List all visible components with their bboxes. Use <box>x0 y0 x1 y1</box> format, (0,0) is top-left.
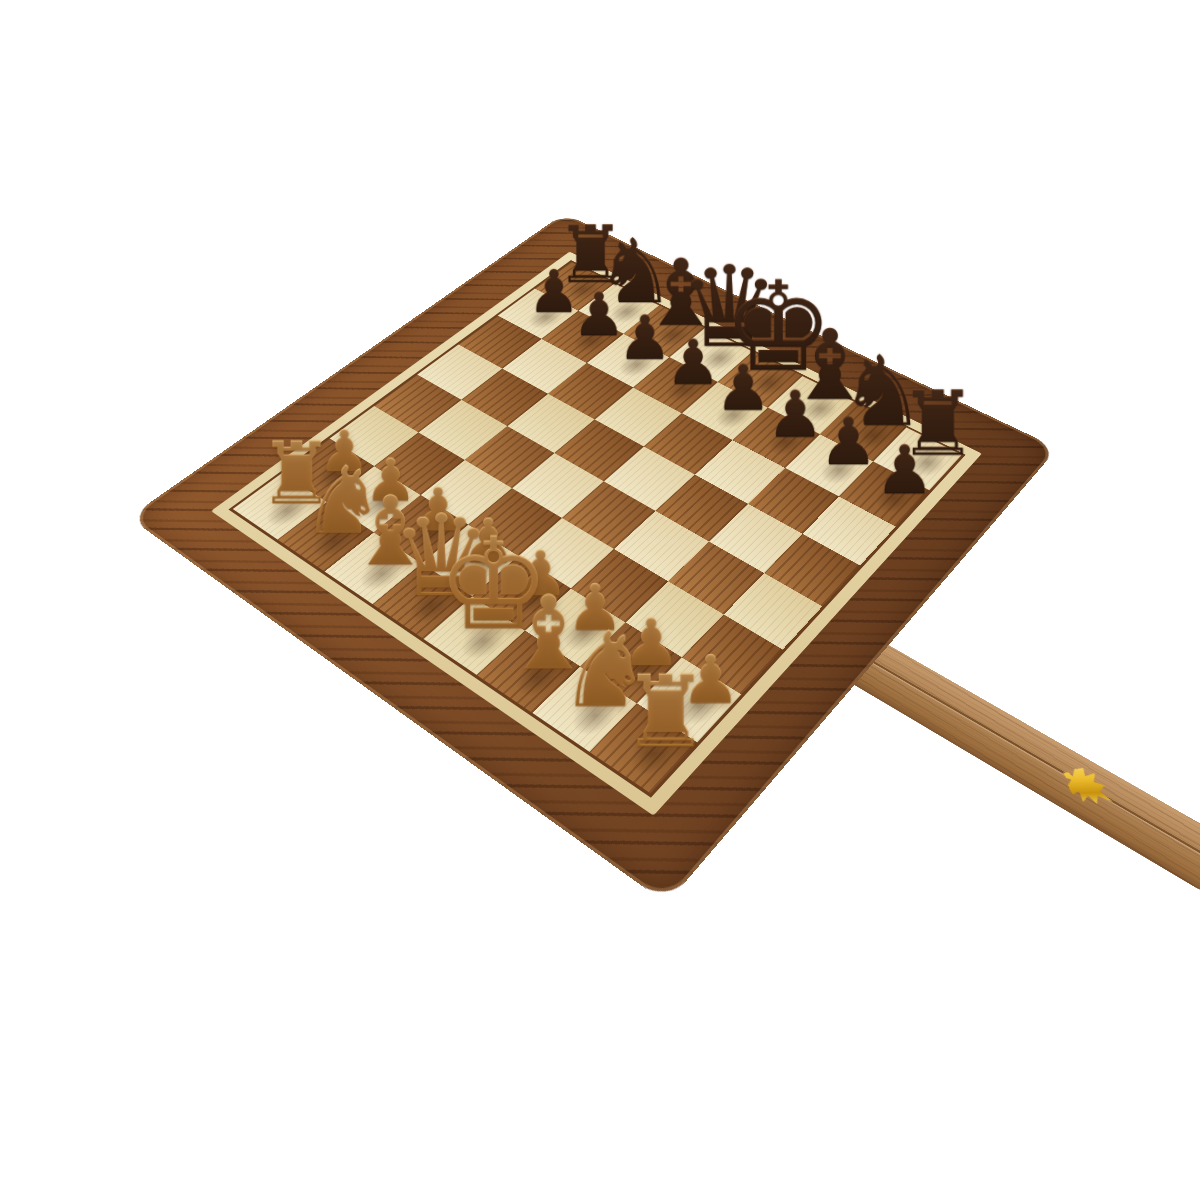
piece-glyph: ♟ <box>665 332 721 394</box>
product-photo-scene: ♜♟♟♜♞♟♟♞♝♟♟♝♛♟♟♛♚♟♟♚♝♟♟♝♞♟♟♞♜♟♟♜ <box>0 0 1200 1200</box>
piece-glyph: ♟ <box>819 409 878 475</box>
piece-glyph: ♜ <box>621 662 711 762</box>
piece-glyph: ♟ <box>766 382 824 446</box>
board-square[interactable] <box>655 475 747 542</box>
brass-latch-icon[interactable] <box>1058 758 1119 816</box>
chess-grid: ♜♟♟♜♞♟♟♞♝♟♟♝♛♟♟♛♚♟♟♚♝♟♟♝♞♟♟♞♜♟♟♜ <box>233 262 962 793</box>
piece-glyph: ♟ <box>875 437 935 504</box>
board-top: ♜♟♟♜♞♟♟♞♝♟♟♝♛♟♟♛♚♟♟♚♝♟♟♝♞♟♟♞♜♟♟♜ <box>129 213 1058 903</box>
piece-glyph: ♟ <box>715 357 772 420</box>
